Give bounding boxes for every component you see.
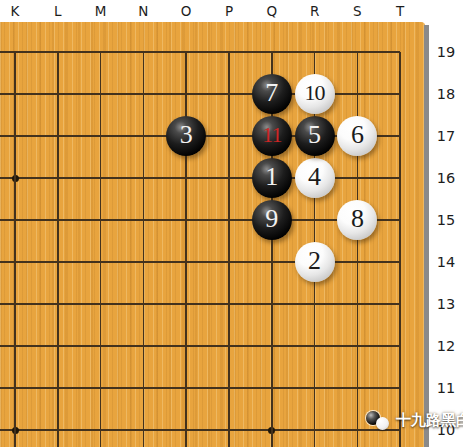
board-intersection-O13[interactable]: [165, 283, 208, 325]
move-number: 2: [308, 248, 321, 274]
board-intersection-L17[interactable]: [36, 115, 79, 157]
row-label-12: 12: [429, 336, 463, 356]
board-intersection-L14[interactable]: [36, 241, 79, 283]
board-intersection-N19[interactable]: [122, 31, 165, 73]
board-intersection-N16[interactable]: [122, 157, 165, 199]
board-intersection-T17[interactable]: [379, 115, 422, 157]
column-label-Q: Q: [257, 0, 287, 22]
row-label-14: 14: [429, 252, 463, 272]
watermark-text: 十九路黑白: [396, 411, 463, 430]
board-intersection-T15[interactable]: [379, 199, 422, 241]
board-intersection-S19[interactable]: [336, 31, 379, 73]
board-intersection-P10[interactable]: [208, 409, 251, 447]
star-point-Q10: [268, 427, 275, 434]
stone-white-10-R18[interactable]: 10: [295, 74, 335, 114]
stone-black-3-O17[interactable]: 3: [166, 116, 206, 156]
column-label-R: R: [300, 0, 330, 22]
stone-black-9-Q15[interactable]: 9: [252, 200, 292, 240]
move-number: 1: [265, 164, 278, 190]
board-intersection-Q13[interactable]: [250, 283, 293, 325]
board-intersection-L16[interactable]: [36, 157, 79, 199]
stone-white-4-R16[interactable]: 4: [295, 158, 335, 198]
go-diagram: KLMNOPQRST 1234567891011 191817161514131…: [0, 0, 463, 447]
row-label-16: 16: [429, 168, 463, 188]
board-intersection-L19[interactable]: [36, 31, 79, 73]
board-intersection-N15[interactable]: [122, 199, 165, 241]
board-intersection-K14[interactable]: [0, 241, 36, 283]
move-number: 11: [262, 124, 281, 146]
column-label-M: M: [86, 0, 116, 22]
board-intersection-T13[interactable]: [379, 283, 422, 325]
column-label-P: P: [214, 0, 244, 22]
column-label-K: K: [0, 0, 30, 22]
row-label-11: 11: [429, 378, 463, 398]
board-intersection-M18[interactable]: [79, 73, 122, 115]
board-intersection-P14[interactable]: [208, 241, 251, 283]
column-label-T: T: [385, 0, 415, 22]
board-intersection-Q11[interactable]: [250, 367, 293, 409]
board-intersection-M13[interactable]: [79, 283, 122, 325]
column-label-O: O: [171, 0, 201, 22]
column-label-S: S: [342, 0, 372, 22]
board-intersection-N14[interactable]: [122, 241, 165, 283]
move-number: 4: [308, 164, 321, 190]
board-intersection-P17[interactable]: [208, 115, 251, 157]
board-intersection-N11[interactable]: [122, 367, 165, 409]
board-intersection-K12[interactable]: [0, 325, 36, 367]
move-number: 5: [308, 122, 321, 148]
board-intersection-P12[interactable]: [208, 325, 251, 367]
board-intersection-P19[interactable]: [208, 31, 251, 73]
board-intersection-M14[interactable]: [79, 241, 122, 283]
board-intersection-O16[interactable]: [165, 157, 208, 199]
move-number: 7: [265, 80, 278, 106]
stone-black-11-Q17[interactable]: 11: [252, 116, 292, 156]
board-intersection-O18[interactable]: [165, 73, 208, 115]
board-intersection-K16[interactable]: [0, 157, 36, 199]
board-intersection-T16[interactable]: [379, 157, 422, 199]
board-intersection-N12[interactable]: [122, 325, 165, 367]
row-label-17: 17: [429, 126, 463, 146]
board-intersection-O19[interactable]: [165, 31, 208, 73]
star-point-K10: [12, 427, 19, 434]
board-intersection-S13[interactable]: [336, 283, 379, 325]
board-intersection-L13[interactable]: [36, 283, 79, 325]
board-intersection-K18[interactable]: [0, 73, 36, 115]
board-intersection-M12[interactable]: [79, 325, 122, 367]
move-number: 8: [351, 206, 364, 232]
black-white-go-stones-icon: [366, 408, 393, 433]
board-intersection-P16[interactable]: [208, 157, 251, 199]
board-intersection-P18[interactable]: [208, 73, 251, 115]
board-intersection-R19[interactable]: [293, 31, 336, 73]
board-intersection-R15[interactable]: [293, 199, 336, 241]
board-intersection-M17[interactable]: [79, 115, 122, 157]
white-stone-icon: [376, 417, 389, 430]
stone-black-1-Q16[interactable]: 1: [252, 158, 292, 198]
board-intersection-P15[interactable]: [208, 199, 251, 241]
board-intersection-K11[interactable]: [0, 367, 36, 409]
stone-black-5-R17[interactable]: 5: [295, 116, 335, 156]
board-intersection-T18[interactable]: [379, 73, 422, 115]
board-intersection-S18[interactable]: [336, 73, 379, 115]
board-intersection-M11[interactable]: [79, 367, 122, 409]
column-label-L: L: [43, 0, 73, 22]
board-intersection-T11[interactable]: [379, 367, 422, 409]
board-intersection-M16[interactable]: [79, 157, 122, 199]
board-intersection-N13[interactable]: [122, 283, 165, 325]
board-intersection-S12[interactable]: [336, 325, 379, 367]
board-intersection-Q10[interactable]: [250, 409, 293, 447]
board-intersection-T14[interactable]: [379, 241, 422, 283]
row-label-13: 13: [429, 294, 463, 314]
board-intersection-K13[interactable]: [0, 283, 36, 325]
move-number: 3: [180, 122, 193, 148]
board-intersection-O11[interactable]: [165, 367, 208, 409]
board-intersection-N17[interactable]: [122, 115, 165, 157]
board-intersection-S16[interactable]: [336, 157, 379, 199]
board-intersection-L11[interactable]: [36, 367, 79, 409]
row-label-15: 15: [429, 210, 463, 230]
board-intersection-L12[interactable]: [36, 325, 79, 367]
board-intersection-L15[interactable]: [36, 199, 79, 241]
board-intersection-O14[interactable]: [165, 241, 208, 283]
board-intersection-R12[interactable]: [293, 325, 336, 367]
board-intersection-O10[interactable]: [165, 409, 208, 447]
board-intersection-T19[interactable]: [379, 31, 422, 73]
board-intersection-M15[interactable]: [79, 199, 122, 241]
star-point-K16: [12, 175, 19, 182]
board-intersection-N10[interactable]: [122, 409, 165, 447]
board-intersection-P11[interactable]: [208, 367, 251, 409]
board-intersection-R10[interactable]: [293, 409, 336, 447]
board-intersection-M10[interactable]: [79, 409, 122, 447]
board-intersection-Q14[interactable]: [250, 241, 293, 283]
board-intersection-L10[interactable]: [36, 409, 79, 447]
board-intersection-O12[interactable]: [165, 325, 208, 367]
board-intersection-R11[interactable]: [293, 367, 336, 409]
row-label-19: 19: [429, 42, 463, 62]
stone-white-2-R14[interactable]: 2: [295, 242, 335, 282]
board-intersection-K15[interactable]: [0, 199, 36, 241]
board-intersection-S11[interactable]: [336, 367, 379, 409]
board-intersection-L18[interactable]: [36, 73, 79, 115]
board-intersection-R13[interactable]: [293, 283, 336, 325]
move-number: 9: [265, 206, 278, 232]
row-label-18: 18: [429, 84, 463, 104]
board-intersection-O15[interactable]: [165, 199, 208, 241]
board-intersection-M19[interactable]: [79, 31, 122, 73]
go-board: 1234567891011: [0, 22, 425, 447]
board-intersection-Q19[interactable]: [250, 31, 293, 73]
move-number: 10: [305, 82, 325, 104]
board-intersection-P13[interactable]: [208, 283, 251, 325]
board-intersection-T12[interactable]: [379, 325, 422, 367]
board-intersection-K19[interactable]: [0, 31, 36, 73]
stone-black-7-Q18[interactable]: 7: [252, 74, 292, 114]
board-intersection-N18[interactable]: [122, 73, 165, 115]
watermark: 十九路黑白: [366, 408, 463, 433]
board-intersection-S14[interactable]: [336, 241, 379, 283]
board-intersection-K17[interactable]: [0, 115, 36, 157]
board-intersection-K10[interactable]: [0, 409, 36, 447]
column-label-N: N: [128, 0, 158, 22]
board-intersection-Q12[interactable]: [250, 325, 293, 367]
move-number: 6: [351, 122, 364, 148]
